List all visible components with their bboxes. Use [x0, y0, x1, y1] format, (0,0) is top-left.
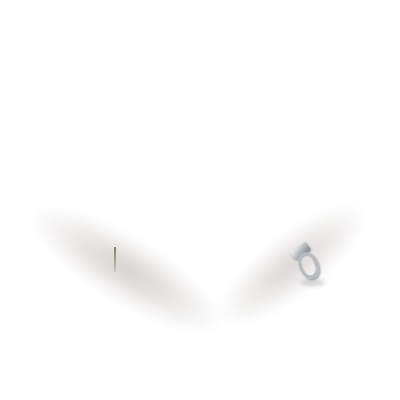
fold-gap	[114, 247, 116, 272]
box-ground-shadow-right	[202, 185, 383, 345]
product-photo	[0, 0, 400, 400]
clasp-shadow	[301, 279, 325, 286]
box-ground-shadow-left	[14, 185, 240, 356]
